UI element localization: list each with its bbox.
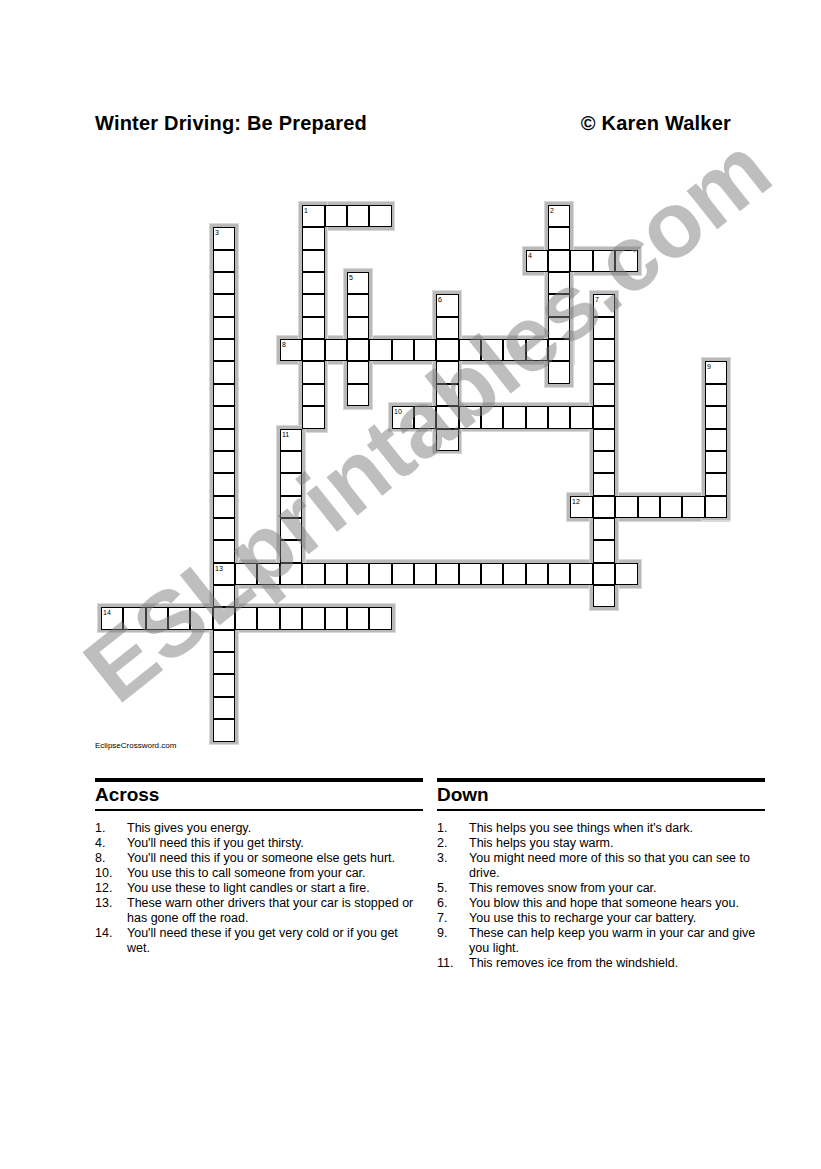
grid-cell-r13c23[interactable] xyxy=(615,496,638,518)
grid-cell-r16c19[interactable] xyxy=(526,563,548,585)
grid-cell-r9c17[interactable] xyxy=(481,406,503,429)
grid-cell-r6c14[interactable] xyxy=(414,339,436,361)
grid-cell-r5c20[interactable] xyxy=(548,317,570,339)
rule-line xyxy=(437,809,765,811)
grid-cell-r16c18[interactable] xyxy=(503,563,526,585)
grid-cell-r18c10[interactable] xyxy=(325,607,347,630)
across-clues-section: Across 1.This gives you energy.4.You'll … xyxy=(95,778,423,956)
clue-number: 2. xyxy=(437,836,467,851)
grid-cell-r17c22[interactable] xyxy=(593,585,615,607)
cell-number-13: 13 xyxy=(215,565,223,572)
cell-number-8: 8 xyxy=(282,341,286,348)
clue-number: 4. xyxy=(95,836,125,851)
grid-cell-r15c8[interactable] xyxy=(280,540,302,563)
grid-cell-r10c22[interactable] xyxy=(593,429,615,451)
grid-cell-r16c17[interactable] xyxy=(481,563,503,585)
grid-cell-r2c23[interactable] xyxy=(615,250,638,272)
cell-number-4: 4 xyxy=(528,252,532,259)
grid-cell-r8c11[interactable] xyxy=(347,384,369,406)
grid-cell-r18c3[interactable] xyxy=(168,607,190,630)
clue-number: 5. xyxy=(437,881,467,896)
grid-cell-r16c15[interactable] xyxy=(436,563,459,585)
grid-cell-r9c14[interactable] xyxy=(414,406,436,429)
grid-cell-r18c2[interactable] xyxy=(146,607,168,630)
grid-cell-r10c15[interactable] xyxy=(436,429,459,451)
grid-cell-r5c5[interactable] xyxy=(213,317,235,339)
grid-cell-r18c5[interactable] xyxy=(213,607,235,630)
clue-text: You'll need this if you or someone else … xyxy=(125,851,423,866)
cell-number-5: 5 xyxy=(349,274,353,281)
grid-cell-r13c26[interactable] xyxy=(682,496,705,518)
clue-text: These warn other drivers that your car i… xyxy=(125,896,423,926)
grid-cell-r1c20[interactable] xyxy=(548,227,570,250)
grid-cell-r16c10[interactable] xyxy=(325,563,347,585)
clue-text: You'll need these if you get very cold o… xyxy=(125,926,423,956)
clue-text: This removes ice from the windshield. xyxy=(467,956,765,971)
grid-cell-r11c22[interactable] xyxy=(593,451,615,473)
grid-cell-r22c5[interactable] xyxy=(213,697,235,719)
grid-cell-r7c9[interactable] xyxy=(302,361,325,384)
clue-number: 13. xyxy=(95,896,125,926)
clue-number: 9. xyxy=(437,926,467,956)
grid-cell-r7c11[interactable] xyxy=(347,361,369,384)
grid-cell-r7c20[interactable] xyxy=(548,361,570,384)
grid-cell-r18c1[interactable] xyxy=(123,607,146,630)
grid-cell-r14c5[interactable] xyxy=(213,518,235,540)
cell-number-1: 1 xyxy=(304,207,308,214)
grid-cell-r18c11[interactable] xyxy=(347,607,369,630)
across-clue-8: 8.You'll need this if you or someone els… xyxy=(95,851,423,866)
grid-cell-r18c6[interactable] xyxy=(235,607,257,630)
grid-cell-r6c9[interactable] xyxy=(302,339,325,361)
grid-cell-r6c12[interactable] xyxy=(369,339,392,361)
grid-cell-r6c10[interactable] xyxy=(325,339,347,361)
grid-cell-r3c5[interactable] xyxy=(213,272,235,294)
grid-cell-r17c5[interactable] xyxy=(213,585,235,607)
grid-cell-r2c9[interactable] xyxy=(302,250,325,272)
down-clues-section: Down 1.This helps you see things when it… xyxy=(437,778,765,971)
grid-cell-r8c15[interactable] xyxy=(436,384,459,406)
clue-number: 10. xyxy=(95,866,125,881)
grid-cell-r10c5[interactable] xyxy=(213,429,235,451)
clue-number: 7. xyxy=(437,911,467,926)
grid-cell-r18c4[interactable] xyxy=(190,607,213,630)
grid-cell-r13c22[interactable] xyxy=(593,496,615,518)
down-clue-5: 5.This removes snow from your car. xyxy=(437,881,765,896)
clue-text: You'll need this if you get thirsty. xyxy=(125,836,423,851)
grid-cell-r12c5[interactable] xyxy=(213,473,235,496)
cell-number-7: 7 xyxy=(595,296,599,303)
clue-text: This helps you stay warm. xyxy=(467,836,765,851)
clue-number: 11. xyxy=(437,956,467,971)
grid-cell-r0c10[interactable] xyxy=(325,205,347,227)
down-clue-7: 7.You use this to recharge your car batt… xyxy=(437,911,765,926)
cell-number-11: 11 xyxy=(282,431,289,438)
down-clue-list: 1.This helps you see things when it's da… xyxy=(437,821,765,971)
clue-text: You use these to light candles or start … xyxy=(125,881,423,896)
grid-cell-r16c9[interactable] xyxy=(302,563,325,585)
grid-cell-r16c7[interactable] xyxy=(257,563,280,585)
grid-cell-r0c12[interactable] xyxy=(369,205,392,227)
grid-cell-r12c8[interactable] xyxy=(280,473,302,496)
grid-cell-r5c15[interactable] xyxy=(436,317,459,339)
grid-cell-r9c9[interactable] xyxy=(302,406,325,429)
grid-cell-r16c16[interactable] xyxy=(459,563,481,585)
grid-cell-r3c20[interactable] xyxy=(548,272,570,294)
grid-cell-r18c12[interactable] xyxy=(369,607,392,630)
grid-cell-r3c9[interactable] xyxy=(302,272,325,294)
across-clue-13: 13.These warn other drivers that your ca… xyxy=(95,896,423,926)
grid-cell-r11c5[interactable] xyxy=(213,451,235,473)
across-clue-list: 1.This gives you energy.4.You'll need th… xyxy=(95,821,423,956)
grid-cell-r13c24[interactable] xyxy=(638,496,660,518)
clue-text: You use this to recharge your car batter… xyxy=(467,911,765,926)
grid-cell-r16c11[interactable] xyxy=(347,563,369,585)
grid-cell-r13c8[interactable] xyxy=(280,496,302,518)
grid-cell-r9c19[interactable] xyxy=(526,406,548,429)
grid-cell-r8c22[interactable] xyxy=(593,384,615,406)
rule-line xyxy=(95,778,423,782)
generator-credit: EclipseCrossword.com xyxy=(95,741,176,750)
clue-number: 8. xyxy=(95,851,125,866)
grid-cell-r8c27[interactable] xyxy=(705,384,727,406)
clue-number: 1. xyxy=(437,821,467,836)
grid-cell-r19c5[interactable] xyxy=(213,630,235,652)
grid-cell-r16c14[interactable] xyxy=(414,563,436,585)
grid-cell-r6c17[interactable] xyxy=(481,339,503,361)
clue-text: This helps you see things when it's dark… xyxy=(467,821,765,836)
grid-cell-r20c5[interactable] xyxy=(213,652,235,674)
down-clue-3: 3.You might need more of this so that yo… xyxy=(437,851,765,881)
grid-cell-r6c13[interactable] xyxy=(392,339,414,361)
grid-cell-r16c12[interactable] xyxy=(369,563,392,585)
across-clue-14: 14.You'll need these if you get very col… xyxy=(95,926,423,956)
grid-cell-r9c5[interactable] xyxy=(213,406,235,429)
down-clue-6: 6.You blow this and hope that someone he… xyxy=(437,896,765,911)
clue-text: You might need more of this so that you … xyxy=(467,851,765,881)
across-clue-4: 4.You'll need this if you get thirsty. xyxy=(95,836,423,851)
clue-text: This gives you energy. xyxy=(125,821,423,836)
grid-cell-r6c5[interactable] xyxy=(213,339,235,361)
rule-line xyxy=(437,778,765,782)
grid-cell-r15c5[interactable] xyxy=(213,540,235,563)
grid-cell-r23c5[interactable] xyxy=(213,719,235,742)
clue-number: 1. xyxy=(95,821,125,836)
grid-cell-r9c20[interactable] xyxy=(548,406,570,429)
cell-number-9: 9 xyxy=(707,363,711,370)
down-clue-11: 11.This removes ice from the windshield. xyxy=(437,956,765,971)
grid-cell-r9c16[interactable] xyxy=(459,406,481,429)
grid-cell-r12c22[interactable] xyxy=(593,473,615,496)
clue-text: You blow this and hope that someone hear… xyxy=(467,896,765,911)
clue-text: You use this to call someone from your c… xyxy=(125,866,423,881)
grid-cell-r21c5[interactable] xyxy=(213,674,235,697)
grid-cell-r5c22[interactable] xyxy=(593,317,615,339)
grid-cell-r16c8[interactable] xyxy=(280,563,302,585)
grid-cell-r8c5[interactable] xyxy=(213,384,235,406)
grid-cell-r14c22[interactable] xyxy=(593,518,615,540)
across-heading: Across xyxy=(95,784,423,806)
grid-cell-r6c16[interactable] xyxy=(459,339,481,361)
grid-cell-r13c25[interactable] xyxy=(660,496,682,518)
clue-number: 14. xyxy=(95,926,125,956)
grid-cell-r9c27[interactable] xyxy=(705,406,727,429)
grid-cell-r9c18[interactable] xyxy=(503,406,526,429)
down-clue-1: 1.This helps you see things when it's da… xyxy=(437,821,765,836)
down-heading: Down xyxy=(437,784,765,806)
grid-cell-r5c9[interactable] xyxy=(302,317,325,339)
grid-cell-r4c9[interactable] xyxy=(302,294,325,317)
grid-cell-r7c5[interactable] xyxy=(213,361,235,384)
grid-cell-r16c22[interactable] xyxy=(593,563,615,585)
grid-cell-r9c15[interactable] xyxy=(436,406,459,429)
clue-text: These can help keep you warm in your car… xyxy=(467,926,765,956)
grid-cell-r1c9[interactable] xyxy=(302,227,325,250)
grid-cell-r7c22[interactable] xyxy=(593,361,615,384)
across-clue-10: 10.You use this to call someone from you… xyxy=(95,866,423,881)
clue-number: 12. xyxy=(95,881,125,896)
down-clue-2: 2.This helps you stay warm. xyxy=(437,836,765,851)
grid-cell-r2c5[interactable] xyxy=(213,250,235,272)
grid-cell-r16c20[interactable] xyxy=(548,563,570,585)
grid-cell-r11c27[interactable] xyxy=(705,451,727,473)
grid-cell-r5c11[interactable] xyxy=(347,317,369,339)
grid-cell-r16c21[interactable] xyxy=(570,563,593,585)
rule-line xyxy=(95,809,423,811)
grid-cell-r9c22[interactable] xyxy=(593,406,615,429)
grid-cell-r6c15[interactable] xyxy=(436,339,459,361)
cell-number-14: 14 xyxy=(103,609,111,616)
clue-number: 6. xyxy=(437,896,467,911)
grid-cell-r2c21[interactable] xyxy=(570,250,593,272)
grid-cell-r6c22[interactable] xyxy=(593,339,615,361)
grid-cell-r13c27[interactable] xyxy=(705,496,727,518)
across-clue-12: 12.You use these to light candles or sta… xyxy=(95,881,423,896)
down-clue-9: 9.These can help keep you warm in your c… xyxy=(437,926,765,956)
grid-cell-r6c11[interactable] xyxy=(347,339,369,361)
grid-cell-r4c11[interactable] xyxy=(347,294,369,317)
grid-cell-r4c20[interactable] xyxy=(548,294,570,317)
cell-number-6: 6 xyxy=(438,296,442,303)
grid-cell-r10c27[interactable] xyxy=(705,429,727,451)
grid-cell-r18c8[interactable] xyxy=(280,607,302,630)
grid-cell-r6c18[interactable] xyxy=(503,339,526,361)
grid-cell-r16c6[interactable] xyxy=(235,563,257,585)
clue-number: 3. xyxy=(437,851,467,881)
grid-cell-r18c7[interactable] xyxy=(257,607,280,630)
grid-cell-r6c20[interactable] xyxy=(548,339,570,361)
grid-cell-r6c19[interactable] xyxy=(526,339,548,361)
grid-cell-r14c8[interactable] xyxy=(280,518,302,540)
grid-cell-r16c13[interactable] xyxy=(392,563,414,585)
cell-number-2: 2 xyxy=(550,207,554,214)
grid-cell-r2c20[interactable] xyxy=(548,250,570,272)
grid-cell-r18c9[interactable] xyxy=(302,607,325,630)
grid-cell-r16c23[interactable] xyxy=(615,563,638,585)
cell-number-12: 12 xyxy=(572,498,580,505)
grid-cell-r11c8[interactable] xyxy=(280,451,302,473)
grid-cell-r4c5[interactable] xyxy=(213,294,235,317)
grid-cell-r13c5[interactable] xyxy=(213,496,235,518)
grid-cell-r0c11[interactable] xyxy=(347,205,369,227)
grid-cell-r8c9[interactable] xyxy=(302,384,325,406)
grid-cell-r15c22[interactable] xyxy=(593,540,615,563)
cell-number-3: 3 xyxy=(215,229,219,236)
grid-cell-r7c15[interactable] xyxy=(436,361,459,384)
crossword-grid: 1481012131423567911 xyxy=(0,0,821,780)
grid-cell-r2c22[interactable] xyxy=(593,250,615,272)
cell-number-10: 10 xyxy=(394,408,402,415)
grid-cell-r9c21[interactable] xyxy=(570,406,593,429)
grid-cell-r12c27[interactable] xyxy=(705,473,727,496)
across-clue-1: 1.This gives you energy. xyxy=(95,821,423,836)
clue-text: This removes snow from your car. xyxy=(467,881,765,896)
